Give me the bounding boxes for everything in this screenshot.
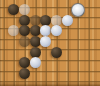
go-app-screenshot xyxy=(0,0,100,86)
stone-black xyxy=(19,15,30,26)
board-bottom-edge-shading xyxy=(0,82,100,86)
stone-black xyxy=(30,36,41,47)
stone-white xyxy=(62,15,73,26)
stone-black xyxy=(30,47,41,58)
stone-black xyxy=(19,68,30,79)
stone-black xyxy=(51,47,62,58)
stone-white-highlight xyxy=(71,3,85,17)
go-board[interactable] xyxy=(0,0,100,86)
stone-white-faded xyxy=(51,15,62,26)
stone-black-faded xyxy=(30,15,41,26)
board-left-edge-shading xyxy=(0,0,2,86)
stone-black-faded xyxy=(19,36,30,47)
stone-white xyxy=(30,57,41,68)
